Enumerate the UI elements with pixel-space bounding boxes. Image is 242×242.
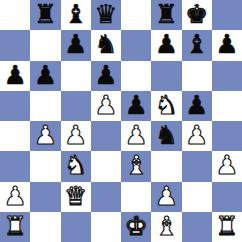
piece-white-queen[interactable]: ♛ bbox=[64, 183, 87, 209]
piece-white-pawn[interactable]: ♟ bbox=[94, 92, 117, 118]
square-h4[interactable] bbox=[212, 121, 242, 151]
piece-black-king[interactable]: ♚ bbox=[185, 1, 208, 27]
piece-black-rook[interactable]: ♜ bbox=[34, 1, 57, 27]
square-h3[interactable]: ♟ bbox=[212, 151, 242, 181]
square-g2[interactable] bbox=[182, 182, 212, 212]
piece-black-queen[interactable]: ♛ bbox=[94, 1, 117, 27]
square-e5[interactable]: ♟ bbox=[121, 91, 151, 121]
piece-black-rook[interactable]: ♜ bbox=[155, 1, 178, 27]
piece-black-pawn[interactable]: ♟ bbox=[94, 62, 117, 88]
piece-black-knight[interactable]: ♞ bbox=[94, 31, 117, 57]
square-e7[interactable] bbox=[121, 30, 151, 60]
square-c7[interactable]: ♟ bbox=[61, 30, 91, 60]
piece-black-bishop[interactable]: ♝ bbox=[185, 31, 208, 57]
square-d8[interactable]: ♛ bbox=[91, 0, 121, 30]
square-g4[interactable]: ♟ bbox=[182, 121, 212, 151]
piece-white-rook[interactable]: ♜ bbox=[3, 213, 26, 239]
piece-white-king[interactable]: ♚ bbox=[124, 213, 147, 239]
square-g5[interactable]: ♟ bbox=[182, 91, 212, 121]
piece-white-pawn[interactable]: ♟ bbox=[3, 183, 26, 209]
piece-white-pawn[interactable]: ♟ bbox=[124, 122, 147, 148]
square-c5[interactable] bbox=[61, 91, 91, 121]
square-d3[interactable] bbox=[91, 151, 121, 181]
square-h5[interactable] bbox=[212, 91, 242, 121]
square-b3[interactable] bbox=[30, 151, 60, 181]
square-c8[interactable]: ♝ bbox=[61, 0, 91, 30]
square-a1[interactable]: ♜ bbox=[0, 212, 30, 242]
piece-black-pawn[interactable]: ♟ bbox=[215, 31, 238, 57]
square-d6[interactable]: ♟ bbox=[91, 61, 121, 91]
chess-board: ♜♝♛♜♚♟♞♟♝♟♟♟♟♟♟♞♟♟♟♟♞♟♞♝♟♟♛♟♜♚♝♜ bbox=[0, 0, 242, 242]
square-a6[interactable]: ♟ bbox=[0, 61, 30, 91]
square-h7[interactable]: ♟ bbox=[212, 30, 242, 60]
square-e6[interactable] bbox=[121, 61, 151, 91]
square-h6[interactable] bbox=[212, 61, 242, 91]
square-f6[interactable] bbox=[151, 61, 181, 91]
square-e3[interactable]: ♝ bbox=[121, 151, 151, 181]
square-f5[interactable]: ♞ bbox=[151, 91, 181, 121]
square-b8[interactable]: ♜ bbox=[30, 0, 60, 30]
square-c6[interactable] bbox=[61, 61, 91, 91]
square-b5[interactable] bbox=[30, 91, 60, 121]
square-a3[interactable] bbox=[0, 151, 30, 181]
square-a2[interactable]: ♟ bbox=[0, 182, 30, 212]
square-c2[interactable]: ♛ bbox=[61, 182, 91, 212]
piece-white-knight[interactable]: ♞ bbox=[64, 152, 87, 178]
square-f3[interactable] bbox=[151, 151, 181, 181]
square-h8[interactable] bbox=[212, 0, 242, 30]
square-d1[interactable] bbox=[91, 212, 121, 242]
piece-white-pawn[interactable]: ♟ bbox=[34, 122, 57, 148]
square-h1[interactable]: ♜ bbox=[212, 212, 242, 242]
piece-black-pawn[interactable]: ♟ bbox=[185, 92, 208, 118]
square-e1[interactable]: ♚ bbox=[121, 212, 151, 242]
square-a7[interactable] bbox=[0, 30, 30, 60]
square-e2[interactable] bbox=[121, 182, 151, 212]
square-h2[interactable] bbox=[212, 182, 242, 212]
piece-black-knight[interactable]: ♞ bbox=[155, 122, 178, 148]
square-a5[interactable] bbox=[0, 91, 30, 121]
square-a4[interactable] bbox=[0, 121, 30, 151]
piece-black-pawn[interactable]: ♟ bbox=[34, 62, 57, 88]
square-d7[interactable]: ♞ bbox=[91, 30, 121, 60]
square-b2[interactable] bbox=[30, 182, 60, 212]
piece-black-pawn[interactable]: ♟ bbox=[64, 31, 87, 57]
piece-white-pawn[interactable]: ♟ bbox=[64, 122, 87, 148]
square-c3[interactable]: ♞ bbox=[61, 151, 91, 181]
piece-white-bishop[interactable]: ♝ bbox=[124, 152, 147, 178]
square-f7[interactable]: ♟ bbox=[151, 30, 181, 60]
square-b6[interactable]: ♟ bbox=[30, 61, 60, 91]
piece-white-pawn[interactable]: ♟ bbox=[215, 152, 238, 178]
piece-black-pawn[interactable]: ♟ bbox=[155, 31, 178, 57]
piece-black-bishop[interactable]: ♝ bbox=[64, 1, 87, 27]
square-e4[interactable]: ♟ bbox=[121, 121, 151, 151]
square-g6[interactable] bbox=[182, 61, 212, 91]
piece-black-pawn[interactable]: ♟ bbox=[3, 62, 26, 88]
square-f2[interactable]: ♟ bbox=[151, 182, 181, 212]
square-g1[interactable] bbox=[182, 212, 212, 242]
piece-white-pawn[interactable]: ♟ bbox=[155, 183, 178, 209]
square-f1[interactable]: ♝ bbox=[151, 212, 181, 242]
piece-white-rook[interactable]: ♜ bbox=[215, 213, 238, 239]
piece-white-pawn[interactable]: ♟ bbox=[185, 122, 208, 148]
square-d2[interactable] bbox=[91, 182, 121, 212]
square-c1[interactable] bbox=[61, 212, 91, 242]
square-g3[interactable] bbox=[182, 151, 212, 181]
square-g7[interactable]: ♝ bbox=[182, 30, 212, 60]
square-d5[interactable]: ♟ bbox=[91, 91, 121, 121]
square-c4[interactable]: ♟ bbox=[61, 121, 91, 151]
square-f8[interactable]: ♜ bbox=[151, 0, 181, 30]
square-b1[interactable] bbox=[30, 212, 60, 242]
square-b4[interactable]: ♟ bbox=[30, 121, 60, 151]
piece-black-pawn[interactable]: ♟ bbox=[124, 92, 147, 118]
square-b7[interactable] bbox=[30, 30, 60, 60]
square-d4[interactable] bbox=[91, 121, 121, 151]
piece-white-bishop[interactable]: ♝ bbox=[155, 213, 178, 239]
square-f4[interactable]: ♞ bbox=[151, 121, 181, 151]
square-e8[interactable] bbox=[121, 0, 151, 30]
piece-white-knight[interactable]: ♞ bbox=[155, 92, 178, 118]
square-a8[interactable] bbox=[0, 0, 30, 30]
square-g8[interactable]: ♚ bbox=[182, 0, 212, 30]
